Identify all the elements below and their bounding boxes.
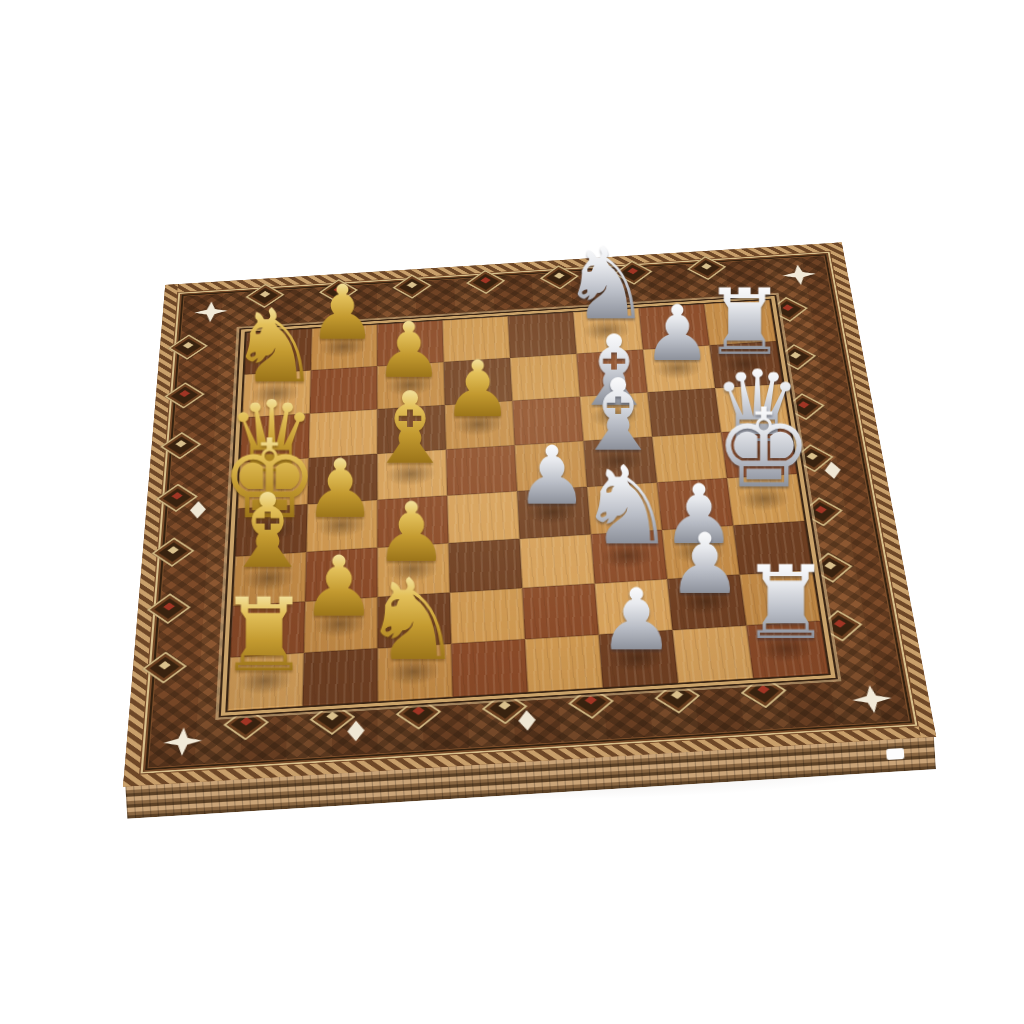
pearl-diamond-inlay <box>518 710 536 732</box>
square-a2[interactable] <box>311 325 377 371</box>
square-b5[interactable] <box>510 354 580 401</box>
square-c6[interactable] <box>580 392 652 441</box>
border-motif <box>741 675 787 708</box>
white-knight-icon: ♞ <box>327 564 498 677</box>
white-rook-icon: ♜ <box>178 585 349 686</box>
square-a8[interactable] <box>704 300 776 345</box>
square-a1[interactable] <box>244 329 311 375</box>
square-c3[interactable] <box>377 405 446 454</box>
pearl-corner-star <box>162 726 203 757</box>
square-a4[interactable] <box>442 316 510 362</box>
square-a5[interactable] <box>508 312 577 358</box>
square-a6[interactable] <box>573 308 643 354</box>
border-motif <box>654 681 700 714</box>
square-a7[interactable] <box>639 304 710 350</box>
square-b8[interactable] <box>709 341 782 388</box>
square-b7[interactable] <box>643 345 715 392</box>
square-b1[interactable] <box>242 370 311 417</box>
edge-sticker <box>886 748 904 760</box>
square-b2[interactable] <box>310 366 377 413</box>
square-b6[interactable] <box>576 350 647 397</box>
square-a3[interactable] <box>377 320 443 366</box>
black-rook-icon: ♜ <box>700 553 871 654</box>
photo-scene: ♟♞♟♟♛♝♚♟♝♟♟♜♞♞♟♜♝♝♛♚♟♞♟♟♟♜ <box>0 0 1024 1024</box>
pearl-diamond-inlay <box>347 720 364 742</box>
square-b4[interactable] <box>444 358 513 405</box>
chess-board: ♟♞♟♟♛♝♚♟♝♟♟♜♞♞♟♜♝♝♛♚♟♞♟♟♟♜ <box>123 242 936 786</box>
square-b3[interactable] <box>377 362 445 409</box>
pearl-corner-star <box>850 684 894 715</box>
black-pawn-icon: ♟ <box>551 578 722 663</box>
